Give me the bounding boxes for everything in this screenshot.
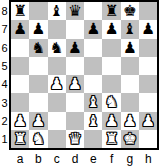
- square-b7[interactable]: ♟: [29, 20, 47, 38]
- square-c7[interactable]: [48, 20, 66, 38]
- square-d7[interactable]: [66, 20, 84, 38]
- black-pawn-icon: ♟: [11, 20, 29, 38]
- square-g3[interactable]: [121, 93, 139, 111]
- black-rook-icon: ♜: [11, 2, 29, 20]
- square-h2[interactable]: ♟: [139, 112, 157, 130]
- white-rook-icon: ♜: [11, 130, 29, 148]
- square-b3[interactable]: [29, 93, 47, 111]
- file-label-f: f: [102, 151, 120, 166]
- square-b8[interactable]: [29, 2, 47, 20]
- square-e6[interactable]: [84, 39, 102, 57]
- square-c1[interactable]: [48, 130, 66, 148]
- square-g4[interactable]: [121, 75, 139, 93]
- square-d5[interactable]: [66, 57, 84, 75]
- square-d6[interactable]: ♟: [66, 39, 84, 57]
- white-pawn-icon: ♟: [102, 112, 120, 130]
- rank-label-8: 8: [0, 2, 9, 20]
- square-d4[interactable]: ♟: [66, 75, 84, 93]
- square-c5[interactable]: [48, 57, 66, 75]
- rank-label-7: 7: [0, 20, 9, 38]
- white-rook-icon: ♜: [102, 130, 120, 148]
- square-e3[interactable]: ♝: [84, 93, 102, 111]
- chess-board: ♜♝♛♜♚♟♟♟♟♝♟♞♞♟♟♟♟♝♞♟♟♝♟♟♟♜♞♛♜♚: [9, 0, 159, 150]
- square-a1[interactable]: ♜: [11, 130, 29, 148]
- square-g6[interactable]: ♟: [121, 39, 139, 57]
- rank-label-6: 6: [0, 39, 9, 57]
- square-g8[interactable]: ♚: [121, 2, 139, 20]
- square-b1[interactable]: ♞: [29, 130, 47, 148]
- square-f8[interactable]: ♜: [102, 2, 120, 20]
- square-e1[interactable]: [84, 130, 102, 148]
- square-c4[interactable]: ♟: [48, 75, 66, 93]
- square-f6[interactable]: [102, 39, 120, 57]
- square-a5[interactable]: [11, 57, 29, 75]
- square-c6[interactable]: ♞: [48, 39, 66, 57]
- square-c8[interactable]: ♝: [48, 2, 66, 20]
- square-f3[interactable]: ♞: [102, 93, 120, 111]
- white-pawn-icon: ♟: [121, 112, 139, 130]
- square-c2[interactable]: [48, 112, 66, 130]
- square-a7[interactable]: ♟: [11, 20, 29, 38]
- square-h3[interactable]: [139, 93, 157, 111]
- file-label-c: c: [48, 151, 66, 166]
- black-bishop-icon: ♝: [48, 2, 66, 20]
- chess-diagram: 87654321 ♜♝♛♜♚♟♟♟♟♝♟♞♞♟♟♟♟♝♞♟♟♝♟♟♟♜♞♛♜♚ …: [0, 0, 162, 167]
- square-h5[interactable]: [139, 57, 157, 75]
- square-f1[interactable]: ♜: [102, 130, 120, 148]
- square-e4[interactable]: [84, 75, 102, 93]
- square-g1[interactable]: ♚: [121, 130, 139, 148]
- black-pawn-icon: ♟: [139, 20, 157, 38]
- black-pawn-icon: ♟: [102, 20, 120, 38]
- black-knight-icon: ♞: [29, 39, 47, 57]
- square-a4[interactable]: [11, 75, 29, 93]
- rank-label-2: 2: [0, 112, 9, 130]
- square-a6[interactable]: [11, 39, 29, 57]
- black-pawn-icon: ♟: [84, 20, 102, 38]
- square-g5[interactable]: [121, 57, 139, 75]
- square-b5[interactable]: [29, 57, 47, 75]
- square-b6[interactable]: ♞: [29, 39, 47, 57]
- square-g7[interactable]: ♝: [121, 20, 139, 38]
- rank-label-1: 1: [0, 130, 9, 148]
- black-pawn-icon: ♟: [121, 39, 139, 57]
- rank-label-5: 5: [0, 57, 9, 75]
- square-h7[interactable]: ♟: [139, 20, 157, 38]
- square-e7[interactable]: ♟: [84, 20, 102, 38]
- square-f5[interactable]: [102, 57, 120, 75]
- white-queen-icon: ♛: [66, 130, 84, 148]
- white-king-icon: ♚: [121, 130, 139, 148]
- black-queen-icon: ♛: [66, 2, 84, 20]
- white-bishop-icon: ♝: [84, 112, 102, 130]
- square-b4[interactable]: [29, 75, 47, 93]
- square-e2[interactable]: ♝: [84, 112, 102, 130]
- white-bishop-icon: ♝: [84, 93, 102, 111]
- file-coordinates: abcdefgh: [11, 151, 157, 166]
- white-pawn-icon: ♟: [139, 112, 157, 130]
- square-e8[interactable]: [84, 2, 102, 20]
- white-knight-icon: ♞: [29, 130, 47, 148]
- white-pawn-icon: ♟: [48, 75, 66, 93]
- file-label-b: b: [29, 151, 47, 166]
- black-rook-icon: ♜: [102, 2, 120, 20]
- black-pawn-icon: ♟: [29, 20, 47, 38]
- white-pawn-icon: ♟: [11, 112, 29, 130]
- square-f7[interactable]: ♟: [102, 20, 120, 38]
- square-c3[interactable]: [48, 93, 66, 111]
- file-label-a: a: [11, 151, 29, 166]
- square-e5[interactable]: [84, 57, 102, 75]
- file-label-e: e: [84, 151, 102, 166]
- file-label-d: d: [66, 151, 84, 166]
- rank-coordinates: 87654321: [0, 2, 9, 148]
- square-d3[interactable]: [66, 93, 84, 111]
- black-bishop-icon: ♝: [121, 20, 139, 38]
- square-f4[interactable]: [102, 75, 120, 93]
- rank-label-4: 4: [0, 75, 9, 93]
- square-h4[interactable]: [139, 75, 157, 93]
- square-a2[interactable]: ♟: [11, 112, 29, 130]
- square-a8[interactable]: ♜: [11, 2, 29, 20]
- black-knight-icon: ♞: [48, 39, 66, 57]
- white-knight-icon: ♞: [102, 93, 120, 111]
- square-f2[interactable]: ♟: [102, 112, 120, 130]
- file-label-h: h: [139, 151, 157, 166]
- white-pawn-icon: ♟: [66, 75, 84, 93]
- file-label-g: g: [121, 151, 139, 166]
- square-d1[interactable]: ♛: [66, 130, 84, 148]
- rank-label-3: 3: [0, 93, 9, 111]
- white-pawn-icon: ♟: [29, 112, 47, 130]
- square-g2[interactable]: ♟: [121, 112, 139, 130]
- square-d2[interactable]: [66, 112, 84, 130]
- square-a3[interactable]: [11, 93, 29, 111]
- square-h8[interactable]: [139, 2, 157, 20]
- black-pawn-icon: ♟: [66, 39, 84, 57]
- black-king-icon: ♚: [121, 2, 139, 20]
- square-d8[interactable]: ♛: [66, 2, 84, 20]
- square-b2[interactable]: ♟: [29, 112, 47, 130]
- square-h6[interactable]: [139, 39, 157, 57]
- square-h1[interactable]: [139, 130, 157, 148]
